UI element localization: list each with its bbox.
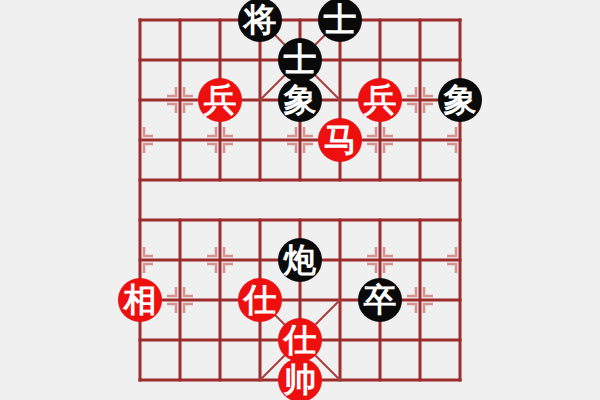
piece-black-cannon[interactable]: 炮 <box>278 238 322 282</box>
piece-black-advisor-1[interactable]: 士 <box>318 0 362 42</box>
piece-black-general[interactable]: 将 <box>238 0 282 42</box>
piece-red-advisor-1[interactable]: 仕 <box>238 278 282 322</box>
piece-red-pawn-1[interactable]: 兵 <box>198 78 242 122</box>
piece-red-advisor-2[interactable]: 仕 <box>278 318 322 362</box>
piece-red-elephant[interactable]: 相 <box>118 278 162 322</box>
piece-black-advisor-2[interactable]: 士 <box>278 38 322 82</box>
piece-black-elephant-2[interactable]: 象 <box>438 78 482 122</box>
piece-red-horse[interactable]: 马 <box>318 118 362 162</box>
pieces-layer[interactable]: 将士士象象炮卒兵兵马相仕仕帅 <box>120 0 480 400</box>
xiangqi-board: 将士士象象炮卒兵兵马相仕仕帅 <box>0 0 600 400</box>
piece-red-pawn-2[interactable]: 兵 <box>358 78 402 122</box>
piece-black-soldier[interactable]: 卒 <box>358 278 402 322</box>
piece-black-elephant-1[interactable]: 象 <box>278 78 322 122</box>
piece-red-general[interactable]: 帅 <box>278 358 322 400</box>
